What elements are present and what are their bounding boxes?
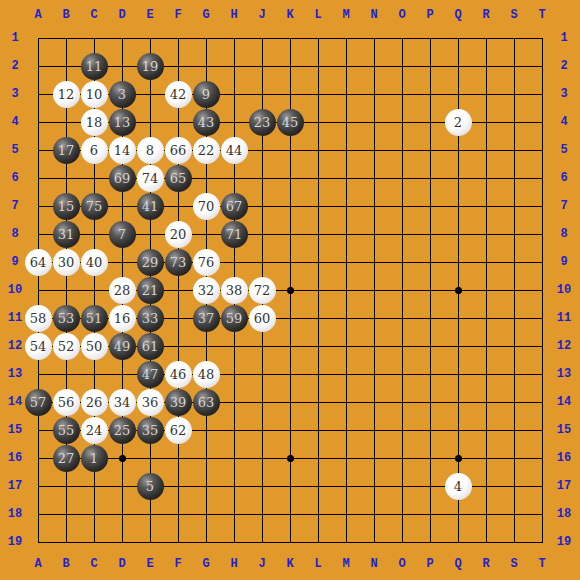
col-label-bottom: R xyxy=(482,557,489,571)
white-stone-66[interactable]: 66 xyxy=(165,137,192,164)
col-label-top: C xyxy=(90,8,97,22)
row-label-right: 1 xyxy=(560,31,567,45)
col-label-bottom: E xyxy=(146,557,153,571)
row-label-left: 19 xyxy=(8,535,22,549)
row-label-left: 17 xyxy=(8,479,22,493)
col-label-top: S xyxy=(510,8,517,22)
col-label-bottom: K xyxy=(286,557,293,571)
white-stone-18[interactable]: 18 xyxy=(81,109,108,136)
white-stone-16[interactable]: 16 xyxy=(109,305,136,332)
col-label-bottom: B xyxy=(62,557,69,571)
row-label-right: 18 xyxy=(557,507,571,521)
black-stone-25[interactable]: 25 xyxy=(109,417,136,444)
black-stone-5[interactable]: 5 xyxy=(137,473,164,500)
row-label-left: 2 xyxy=(11,59,18,73)
row-label-left: 1 xyxy=(11,31,18,45)
col-label-bottom: O xyxy=(398,557,405,571)
black-stone-13[interactable]: 13 xyxy=(109,109,136,136)
white-stone-56[interactable]: 56 xyxy=(53,389,80,416)
black-stone-29[interactable]: 29 xyxy=(137,249,164,276)
black-stone-75[interactable]: 75 xyxy=(81,193,108,220)
black-stone-41[interactable]: 41 xyxy=(137,193,164,220)
row-label-left: 15 xyxy=(8,423,22,437)
black-stone-7[interactable]: 7 xyxy=(109,221,136,248)
row-label-left: 5 xyxy=(11,143,18,157)
black-stone-63[interactable]: 63 xyxy=(193,389,220,416)
col-label-top: H xyxy=(230,8,237,22)
black-stone-21[interactable]: 21 xyxy=(137,277,164,304)
row-label-right: 8 xyxy=(560,227,567,241)
row-label-left: 9 xyxy=(11,255,18,269)
black-stone-39[interactable]: 39 xyxy=(165,389,192,416)
white-stone-50[interactable]: 50 xyxy=(81,333,108,360)
white-stone-10[interactable]: 10 xyxy=(81,81,108,108)
black-stone-73[interactable]: 73 xyxy=(165,249,192,276)
black-stone-71[interactable]: 71 xyxy=(221,221,248,248)
black-stone-67[interactable]: 67 xyxy=(221,193,248,220)
white-stone-64[interactable]: 64 xyxy=(25,249,52,276)
black-stone-35[interactable]: 35 xyxy=(137,417,164,444)
row-label-right: 17 xyxy=(557,479,571,493)
white-stone-58[interactable]: 58 xyxy=(25,305,52,332)
row-label-left: 13 xyxy=(8,367,22,381)
black-stone-51[interactable]: 51 xyxy=(81,305,108,332)
row-label-right: 10 xyxy=(557,283,571,297)
col-label-top: K xyxy=(286,8,293,22)
row-label-left: 11 xyxy=(8,311,22,325)
white-stone-34[interactable]: 34 xyxy=(109,389,136,416)
row-label-right: 15 xyxy=(557,423,571,437)
white-stone-22[interactable]: 22 xyxy=(193,137,220,164)
row-label-right: 4 xyxy=(560,115,567,129)
black-stone-17[interactable]: 17 xyxy=(53,137,80,164)
go-board[interactable]: AABBCCDDEEFFGGHHJJKKLLMMNNOOPPQQRRSSTT11… xyxy=(0,0,580,580)
col-label-top: M xyxy=(342,8,349,22)
black-stone-59[interactable]: 59 xyxy=(221,305,248,332)
col-label-top: O xyxy=(398,8,405,22)
col-label-bottom: M xyxy=(342,557,349,571)
col-label-bottom: F xyxy=(174,557,181,571)
row-label-right: 14 xyxy=(557,395,571,409)
black-stone-69[interactable]: 69 xyxy=(109,165,136,192)
white-stone-76[interactable]: 76 xyxy=(193,249,220,276)
white-stone-46[interactable]: 46 xyxy=(165,361,192,388)
white-stone-74[interactable]: 74 xyxy=(137,165,164,192)
white-stone-48[interactable]: 48 xyxy=(193,361,220,388)
black-stone-57[interactable]: 57 xyxy=(25,389,52,416)
black-stone-27[interactable]: 27 xyxy=(53,445,80,472)
black-stone-53[interactable]: 53 xyxy=(53,305,80,332)
col-label-top: G xyxy=(202,8,209,22)
black-stone-33[interactable]: 33 xyxy=(137,305,164,332)
white-stone-30[interactable]: 30 xyxy=(53,249,80,276)
white-stone-14[interactable]: 14 xyxy=(109,137,136,164)
row-label-left: 7 xyxy=(11,199,18,213)
black-stone-37[interactable]: 37 xyxy=(193,305,220,332)
white-stone-2[interactable]: 2 xyxy=(445,109,472,136)
black-stone-3[interactable]: 3 xyxy=(109,81,136,108)
white-stone-70[interactable]: 70 xyxy=(193,193,220,220)
col-label-top: D xyxy=(118,8,125,22)
white-stone-20[interactable]: 20 xyxy=(165,221,192,248)
col-label-bottom: P xyxy=(426,557,433,571)
col-label-top: A xyxy=(34,8,41,22)
white-stone-12[interactable]: 12 xyxy=(53,81,80,108)
col-label-top: N xyxy=(370,8,377,22)
col-label-bottom: L xyxy=(314,557,321,571)
row-label-left: 4 xyxy=(11,115,18,129)
row-label-right: 16 xyxy=(557,451,571,465)
white-stone-44[interactable]: 44 xyxy=(221,137,248,164)
black-stone-61[interactable]: 61 xyxy=(137,333,164,360)
row-label-right: 12 xyxy=(557,339,571,353)
black-stone-65[interactable]: 65 xyxy=(165,165,192,192)
white-stone-60[interactable]: 60 xyxy=(249,305,276,332)
col-label-top: B xyxy=(62,8,69,22)
col-label-bottom: A xyxy=(34,557,41,571)
black-stone-47[interactable]: 47 xyxy=(137,361,164,388)
row-label-left: 18 xyxy=(8,507,22,521)
row-label-left: 16 xyxy=(8,451,22,465)
row-label-left: 3 xyxy=(11,87,18,101)
row-label-right: 19 xyxy=(557,535,571,549)
white-stone-4[interactable]: 4 xyxy=(445,473,472,500)
col-label-bottom: Q xyxy=(454,557,461,571)
black-stone-19[interactable]: 19 xyxy=(137,53,164,80)
white-stone-26[interactable]: 26 xyxy=(81,389,108,416)
white-stone-8[interactable]: 8 xyxy=(137,137,164,164)
white-stone-62[interactable]: 62 xyxy=(165,417,192,444)
row-label-right: 7 xyxy=(560,199,567,213)
col-label-top: P xyxy=(426,8,433,22)
row-label-right: 2 xyxy=(560,59,567,73)
row-label-left: 8 xyxy=(11,227,18,241)
row-label-right: 9 xyxy=(560,255,567,269)
row-label-right: 3 xyxy=(560,87,567,101)
white-stone-24[interactable]: 24 xyxy=(81,417,108,444)
row-label-right: 13 xyxy=(557,367,571,381)
row-label-left: 12 xyxy=(8,339,22,353)
black-stone-9[interactable]: 9 xyxy=(193,81,220,108)
col-label-top: Q xyxy=(454,8,461,22)
col-label-bottom: G xyxy=(202,557,209,571)
row-label-left: 14 xyxy=(8,395,22,409)
col-label-top: F xyxy=(174,8,181,22)
white-stone-32[interactable]: 32 xyxy=(193,277,220,304)
col-label-top: E xyxy=(146,8,153,22)
col-label-bottom: J xyxy=(258,557,265,571)
row-label-left: 6 xyxy=(11,171,18,185)
black-stone-55[interactable]: 55 xyxy=(53,417,80,444)
black-stone-31[interactable]: 31 xyxy=(53,221,80,248)
col-label-bottom: C xyxy=(90,557,97,571)
row-label-right: 6 xyxy=(560,171,567,185)
white-stone-38[interactable]: 38 xyxy=(221,277,248,304)
black-stone-49[interactable]: 49 xyxy=(109,333,136,360)
row-label-right: 5 xyxy=(560,143,567,157)
col-label-top: R xyxy=(482,8,489,22)
board-intersections[interactable]: 1234567891011121314151617181920212223242… xyxy=(24,24,556,556)
black-stone-15[interactable]: 15 xyxy=(53,193,80,220)
black-stone-11[interactable]: 11 xyxy=(81,53,108,80)
white-stone-54[interactable]: 54 xyxy=(25,333,52,360)
row-label-right: 11 xyxy=(557,311,571,325)
white-stone-6[interactable]: 6 xyxy=(81,137,108,164)
col-label-top: L xyxy=(314,8,321,22)
col-label-bottom: N xyxy=(370,557,377,571)
white-stone-36[interactable]: 36 xyxy=(137,389,164,416)
col-label-top: T xyxy=(538,8,545,22)
col-label-bottom: S xyxy=(510,557,517,571)
white-stone-42[interactable]: 42 xyxy=(165,81,192,108)
white-stone-28[interactable]: 28 xyxy=(109,277,136,304)
col-label-bottom: H xyxy=(230,557,237,571)
col-label-bottom: T xyxy=(538,557,545,571)
row-label-left: 10 xyxy=(8,283,22,297)
black-stone-23[interactable]: 23 xyxy=(249,109,276,136)
col-label-top: J xyxy=(258,8,265,22)
white-stone-72[interactable]: 72 xyxy=(249,277,276,304)
black-stone-1[interactable]: 1 xyxy=(81,445,108,472)
white-stone-52[interactable]: 52 xyxy=(53,333,80,360)
white-stone-40[interactable]: 40 xyxy=(81,249,108,276)
black-stone-43[interactable]: 43 xyxy=(193,109,220,136)
black-stone-45[interactable]: 45 xyxy=(277,109,304,136)
col-label-bottom: D xyxy=(118,557,125,571)
